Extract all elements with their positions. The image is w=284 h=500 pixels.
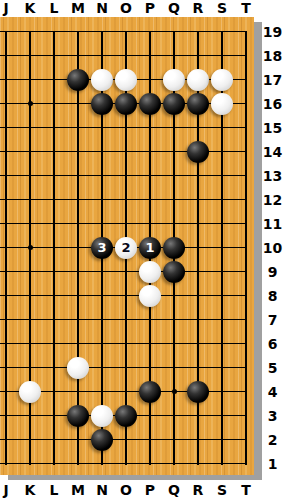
white-stone-o17 — [115, 69, 137, 91]
column-label-bottom-k: K — [20, 482, 40, 498]
black-stone-r4 — [187, 381, 209, 403]
white-stone-n17 — [91, 69, 113, 91]
black-stone-p10: 1 — [139, 237, 161, 259]
row-label-6: 6 — [262, 336, 283, 352]
black-stone-m3 — [67, 405, 89, 427]
row-label-17: 17 — [262, 72, 283, 88]
grid-line-horizontal-5 — [0, 367, 247, 369]
grid-line-horizontal-6 — [0, 343, 247, 345]
column-label-top-p: P — [140, 0, 160, 16]
grid-line-horizontal-12 — [0, 199, 247, 201]
column-label-bottom-t: T — [236, 482, 256, 498]
row-label-10: 10 — [262, 240, 283, 256]
row-label-18: 18 — [262, 48, 283, 64]
bottom-coordinate-labels: JKLMNOPQRST — [0, 481, 262, 500]
white-stone-p8 — [139, 285, 161, 307]
column-label-bottom-s: S — [212, 482, 232, 498]
top-coordinate-labels: JKLMNOPQRST — [0, 0, 262, 17]
column-label-bottom-n: N — [92, 482, 112, 498]
right-coordinate-labels: 19181716151413121110987654321 — [262, 0, 284, 500]
column-label-bottom-l: L — [44, 482, 64, 498]
white-stone-o10: 2 — [115, 237, 137, 259]
black-stone-n10: 3 — [91, 237, 113, 259]
black-stone-p16 — [139, 93, 161, 115]
row-label-12: 12 — [262, 192, 283, 208]
column-label-bottom-j: J — [0, 482, 16, 498]
white-stone-m5 — [67, 357, 89, 379]
move-number-2: 2 — [121, 237, 130, 259]
column-label-bottom-p: P — [140, 482, 160, 498]
row-label-3: 3 — [262, 408, 283, 424]
move-number-1: 1 — [145, 237, 154, 259]
row-label-16: 16 — [262, 96, 283, 112]
grid-line-horizontal-7 — [0, 319, 247, 321]
row-label-9: 9 — [262, 264, 283, 280]
grid-line-horizontal-18 — [0, 55, 247, 57]
column-label-top-r: R — [188, 0, 208, 16]
black-stone-n2 — [91, 429, 113, 451]
white-stone-q17 — [163, 69, 185, 91]
black-stone-r14 — [187, 141, 209, 163]
column-label-top-k: K — [20, 0, 40, 16]
column-label-bottom-q: Q — [164, 482, 184, 498]
column-label-top-n: N — [92, 0, 112, 16]
column-label-top-m: M — [68, 0, 88, 16]
black-stone-p4 — [139, 381, 161, 403]
row-label-4: 4 — [262, 384, 283, 400]
grid-line-horizontal-15 — [0, 127, 247, 129]
column-label-bottom-r: R — [188, 482, 208, 498]
black-stone-q9 — [163, 261, 185, 283]
row-label-5: 5 — [262, 360, 283, 376]
grid-line-horizontal-11 — [0, 223, 247, 225]
black-stone-q16 — [163, 93, 185, 115]
star-point-q4 — [172, 389, 177, 394]
column-label-top-t: T — [236, 0, 256, 16]
grid-line-horizontal-14 — [0, 151, 247, 153]
go-diagram-screen: JKLMNOPQRST 312 JKLMNOPQRST 191817161514… — [0, 0, 284, 500]
white-stone-s16 — [211, 93, 233, 115]
row-label-13: 13 — [262, 168, 283, 184]
white-stone-p9 — [139, 261, 161, 283]
star-point-k10 — [28, 245, 33, 250]
column-label-top-l: L — [44, 0, 64, 16]
column-label-top-q: Q — [164, 0, 184, 16]
row-label-1: 1 — [262, 456, 283, 472]
grid-line-horizontal-9 — [0, 271, 247, 273]
grid-line-horizontal-19 — [0, 31, 247, 33]
black-stone-o3 — [115, 405, 137, 427]
column-label-top-s: S — [212, 0, 232, 16]
row-label-7: 7 — [262, 312, 283, 328]
black-stone-r16 — [187, 93, 209, 115]
grid-line-horizontal-1 — [0, 463, 247, 465]
row-label-8: 8 — [262, 288, 283, 304]
column-label-bottom-o: O — [116, 482, 136, 498]
white-stone-k4 — [19, 381, 41, 403]
grid-line-horizontal-13 — [0, 175, 247, 177]
row-label-15: 15 — [262, 120, 283, 136]
move-number-3: 3 — [97, 237, 106, 259]
black-stone-m17 — [67, 69, 89, 91]
row-label-2: 2 — [262, 432, 283, 448]
black-stone-q10 — [163, 237, 185, 259]
row-label-19: 19 — [262, 24, 283, 40]
white-stone-s17 — [211, 69, 233, 91]
black-stone-n16 — [91, 93, 113, 115]
go-board: 312 — [0, 17, 254, 475]
column-label-bottom-m: M — [68, 482, 88, 498]
white-stone-r17 — [187, 69, 209, 91]
grid-line-horizontal-8 — [0, 295, 247, 297]
black-stone-o16 — [115, 93, 137, 115]
row-label-11: 11 — [262, 216, 283, 232]
row-label-14: 14 — [262, 144, 283, 160]
star-point-k16 — [28, 101, 33, 106]
white-stone-n3 — [91, 405, 113, 427]
column-label-top-j: J — [0, 0, 16, 16]
grid-line-horizontal-2 — [0, 439, 247, 441]
column-label-top-o: O — [116, 0, 136, 16]
